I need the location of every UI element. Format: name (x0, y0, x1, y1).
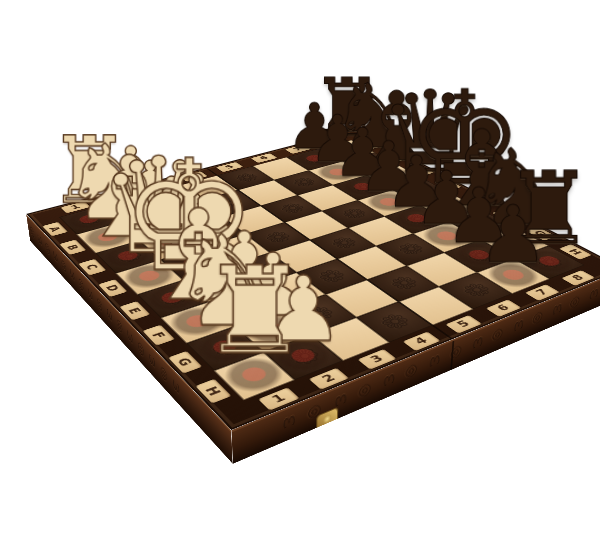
file-label-text: B (388, 154, 403, 160)
rank-label-text: 7 (291, 146, 304, 152)
carved-motif: ❁ (346, 181, 379, 193)
carved-motif: ❁ (355, 158, 386, 169)
carved-motif: ❁ (288, 176, 320, 188)
file-label-text: A (364, 141, 379, 146)
rank-label-text: 8 (323, 138, 336, 143)
piece-black-pawn-h7[interactable]: ♟ (462, 192, 563, 275)
file-label-A: A (43, 222, 69, 236)
file-label-text: A (47, 225, 65, 233)
rank-label-text: 6 (258, 155, 271, 161)
product-photo-stage: ❁❁❁❁❁❁❁❁❁❁❁❁❁❁❁❁❁❁❁❁❁❁❁❁❁❁❁❁❁❁❁❁ ABCDEFG… (0, 0, 600, 533)
file-label-text: C (413, 167, 428, 173)
carved-motif: ❁ (300, 154, 330, 165)
piece-white-rook-h1[interactable]: ♜ (194, 247, 313, 375)
carved-motif: ❁ (336, 207, 371, 221)
